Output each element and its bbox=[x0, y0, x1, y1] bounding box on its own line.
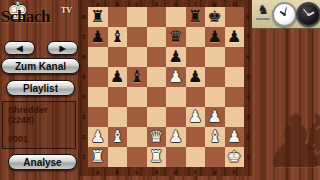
square-e4 bbox=[166, 87, 186, 107]
white-b-piece: ♝ bbox=[110, 129, 124, 145]
black-k-piece: ♚ bbox=[208, 9, 222, 25]
black-b-piece: ♝ bbox=[110, 29, 124, 45]
square-a6 bbox=[88, 47, 108, 67]
square-e7: ♛ bbox=[166, 27, 186, 47]
right-arrow-icon: ▶ bbox=[59, 44, 65, 53]
file-label: c bbox=[127, 0, 147, 7]
rank-label: 3 bbox=[80, 107, 88, 127]
square-f1 bbox=[186, 147, 206, 167]
file-label: e bbox=[166, 167, 186, 176]
square-h6 bbox=[225, 47, 245, 67]
shredder-app-icon[interactable]: ♞ bbox=[255, 3, 271, 24]
square-d6 bbox=[147, 47, 167, 67]
logo-superscript: TV bbox=[61, 6, 72, 15]
square-b4 bbox=[108, 87, 128, 107]
episode-info-panel: Shredder (2248) #001 bbox=[2, 101, 76, 149]
analyse-button[interactable]: Analyse bbox=[8, 154, 77, 170]
file-label: f bbox=[186, 0, 206, 7]
rank-label: 7 bbox=[80, 27, 88, 47]
square-d1: ♜ bbox=[147, 147, 167, 167]
square-d4 bbox=[147, 87, 167, 107]
white-p-piece: ♟ bbox=[169, 129, 183, 145]
rank-label: 6 bbox=[244, 47, 252, 67]
square-a2: ♟ bbox=[88, 127, 108, 147]
rank-label: 1 bbox=[80, 147, 88, 167]
square-g6 bbox=[205, 47, 225, 67]
square-f3: ♟ bbox=[186, 107, 206, 127]
square-g5 bbox=[205, 67, 225, 87]
square-d5 bbox=[147, 67, 167, 87]
black-p-piece: ♟ bbox=[188, 69, 202, 85]
board-frame: abcdefgh8♜♜♚87♟♝♛♟♟76♟65♟♝♟♟5443♟♟32♟♝♛♟… bbox=[80, 0, 252, 176]
square-e1 bbox=[166, 147, 186, 167]
white-p-piece: ♟ bbox=[188, 109, 202, 125]
square-d3 bbox=[147, 107, 167, 127]
white-p-piece: ♟ bbox=[208, 109, 222, 125]
board-corner bbox=[80, 0, 88, 7]
square-b7: ♝ bbox=[108, 27, 128, 47]
board-corner bbox=[244, 0, 252, 7]
left-sidebar: ♚ Schach TV ◀ ▶ Zum Kanal Playlist Shred… bbox=[0, 0, 80, 180]
square-b2: ♝ bbox=[108, 127, 128, 147]
schachtv-logo: ♚ Schach TV bbox=[0, 0, 80, 38]
white-b-piece: ♝ bbox=[208, 129, 222, 145]
square-c3 bbox=[127, 107, 147, 127]
square-g8: ♚ bbox=[205, 7, 225, 27]
file-label: f bbox=[186, 167, 206, 176]
square-h2: ♟ bbox=[225, 127, 245, 147]
square-b8 bbox=[108, 7, 128, 27]
white-clock-icon bbox=[272, 2, 297, 27]
white-k-piece: ♚ bbox=[227, 149, 241, 165]
square-a5 bbox=[88, 67, 108, 87]
black-clock-icon bbox=[296, 2, 320, 27]
black-p-piece: ♟ bbox=[91, 29, 105, 45]
rank-label: 4 bbox=[80, 87, 88, 107]
playlist-button[interactable]: Playlist bbox=[6, 80, 75, 96]
white-r-piece: ♜ bbox=[149, 149, 163, 165]
app-icon-caption bbox=[256, 18, 270, 20]
rank-label: 4 bbox=[244, 87, 252, 107]
knight-logo-icon: ♞ bbox=[257, 3, 269, 17]
square-g4 bbox=[205, 87, 225, 107]
board-corner bbox=[244, 167, 252, 176]
file-label: c bbox=[127, 167, 147, 176]
episode-number: #001 bbox=[8, 134, 75, 144]
zum-kanal-button[interactable]: Zum Kanal bbox=[1, 58, 80, 74]
logo-text: Schach bbox=[1, 7, 50, 27]
black-q-piece: ♛ bbox=[169, 29, 183, 45]
square-h7: ♟ bbox=[225, 27, 245, 47]
square-f7 bbox=[186, 27, 206, 47]
white-r-piece: ♜ bbox=[91, 149, 105, 165]
rank-label: 6 bbox=[80, 47, 88, 67]
file-label: a bbox=[88, 167, 108, 176]
rank-label: 8 bbox=[80, 7, 88, 27]
square-c5: ♝ bbox=[127, 67, 147, 87]
engine-name: Shredder bbox=[8, 105, 75, 115]
file-label: d bbox=[147, 167, 167, 176]
square-e8 bbox=[166, 7, 186, 27]
square-a3 bbox=[88, 107, 108, 127]
square-a7: ♟ bbox=[88, 27, 108, 47]
square-h1: ♚ bbox=[225, 147, 245, 167]
engine-rating: (2248) bbox=[8, 115, 75, 125]
black-p-piece: ♟ bbox=[110, 69, 124, 85]
square-a4 bbox=[88, 87, 108, 107]
black-p-piece: ♟ bbox=[227, 29, 241, 45]
rank-label: 5 bbox=[80, 67, 88, 87]
square-c2 bbox=[127, 127, 147, 147]
rank-label: 3 bbox=[244, 107, 252, 127]
square-e2: ♟ bbox=[166, 127, 186, 147]
app-window: ♚ Schach TV ◀ ▶ Zum Kanal Playlist Shred… bbox=[0, 0, 320, 180]
square-d2: ♛ bbox=[147, 127, 167, 147]
square-g1 bbox=[205, 147, 225, 167]
square-b6 bbox=[108, 47, 128, 67]
rank-label: 7 bbox=[244, 27, 252, 47]
left-arrow-icon: ◀ bbox=[16, 44, 22, 53]
black-r-piece: ♜ bbox=[91, 9, 105, 25]
square-f6 bbox=[186, 47, 206, 67]
square-b3 bbox=[108, 107, 128, 127]
square-f8: ♜ bbox=[186, 7, 206, 27]
black-b-piece: ♝ bbox=[130, 69, 144, 85]
file-label: a bbox=[88, 0, 108, 7]
white-q-piece: ♛ bbox=[149, 129, 163, 145]
square-h8 bbox=[225, 7, 245, 27]
square-c6 bbox=[127, 47, 147, 67]
square-a1: ♜ bbox=[88, 147, 108, 167]
square-e5: ♟ bbox=[166, 67, 186, 87]
square-c8 bbox=[127, 7, 147, 27]
square-b5: ♟ bbox=[108, 67, 128, 87]
right-panel: ♞ ♟ ♞ bbox=[252, 0, 320, 180]
square-g3: ♟ bbox=[205, 107, 225, 127]
clock-bar: ♞ bbox=[252, 0, 320, 29]
decor-knight-icon: ♞ bbox=[296, 102, 320, 178]
square-h5 bbox=[225, 67, 245, 87]
black-r-piece: ♜ bbox=[188, 9, 202, 25]
rank-label: 5 bbox=[244, 67, 252, 87]
rank-label: 8 bbox=[244, 7, 252, 27]
rank-label: 2 bbox=[244, 127, 252, 147]
square-f2 bbox=[186, 127, 206, 147]
black-p-piece: ♟ bbox=[208, 29, 222, 45]
file-label: d bbox=[147, 0, 167, 7]
file-label: g bbox=[205, 167, 225, 176]
black-p-piece: ♟ bbox=[169, 49, 183, 65]
file-label: b bbox=[108, 167, 128, 176]
square-a8: ♜ bbox=[88, 7, 108, 27]
square-h4 bbox=[225, 87, 245, 107]
square-d8 bbox=[147, 7, 167, 27]
square-c7 bbox=[127, 27, 147, 47]
white-clock-center bbox=[283, 13, 286, 16]
square-h3 bbox=[225, 107, 245, 127]
board-corner bbox=[80, 167, 88, 176]
square-f4 bbox=[186, 87, 206, 107]
previous-button[interactable]: ◀ bbox=[4, 41, 35, 55]
square-b1 bbox=[108, 147, 128, 167]
white-p-piece: ♟ bbox=[169, 69, 183, 85]
square-c4 bbox=[127, 87, 147, 107]
file-label: g bbox=[205, 0, 225, 7]
file-label: h bbox=[225, 167, 245, 176]
rank-label: 1 bbox=[244, 147, 252, 167]
square-c1 bbox=[127, 147, 147, 167]
chessboard: abcdefgh8♜♜♚87♟♝♛♟♟76♟65♟♝♟♟5443♟♟32♟♝♛♟… bbox=[80, 0, 252, 176]
square-g2: ♝ bbox=[205, 127, 225, 147]
white-p-piece: ♟ bbox=[227, 129, 241, 145]
file-label: h bbox=[225, 0, 245, 7]
square-e6: ♟ bbox=[166, 47, 186, 67]
square-d7 bbox=[147, 27, 167, 47]
next-button[interactable]: ▶ bbox=[47, 41, 78, 55]
file-label: b bbox=[108, 0, 128, 7]
square-g7: ♟ bbox=[205, 27, 225, 47]
file-label: e bbox=[166, 0, 186, 7]
square-e3 bbox=[166, 107, 186, 127]
rank-label: 2 bbox=[80, 127, 88, 147]
square-f5: ♟ bbox=[186, 67, 206, 87]
white-p-piece: ♟ bbox=[91, 129, 105, 145]
black-clock-center bbox=[307, 13, 310, 16]
